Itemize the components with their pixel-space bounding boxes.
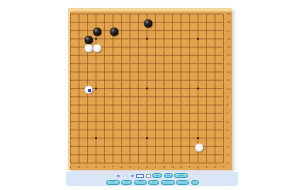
coord-right: 9: [227, 95, 229, 99]
nav-button[interactable]: ›: [126, 174, 128, 178]
coord-bottom: C: [86, 165, 88, 169]
coord-bottom: K: [146, 165, 148, 169]
star-point: [197, 137, 199, 139]
move-number-input[interactable]: [136, 174, 144, 179]
coord-bottom: P: [189, 165, 191, 169]
star-point: [95, 38, 97, 40]
coord-right: 11: [227, 78, 231, 82]
coord-right: 14: [227, 53, 231, 57]
go-board[interactable]: ABCDEFGHJKLMNOPQRST191817161514131211109…: [68, 8, 232, 170]
star-point: [95, 137, 97, 139]
coord-right: 19: [227, 12, 231, 16]
black-stone-C16: [85, 36, 93, 44]
coord-right: 12: [227, 70, 231, 74]
coord-right: 2: [227, 153, 229, 157]
toolbar-button[interactable]: ••••: [176, 180, 189, 185]
option-box[interactable]: [146, 174, 151, 179]
star-point: [146, 87, 148, 89]
toolbar-button[interactable]: •••: [164, 173, 173, 178]
last-move-marker: [88, 89, 91, 92]
toolbar-row-1: ≪‹›≫••••••••••: [68, 173, 236, 179]
star-point: [197, 87, 199, 89]
coord-bottom: R: [205, 165, 207, 169]
coord-right: 5: [227, 128, 229, 132]
white-stone-C15: [85, 44, 93, 52]
white-stone-Q3: [195, 144, 203, 152]
star-point: [95, 87, 97, 89]
coord-bottom: G: [120, 165, 122, 169]
board-edge-highlight-left: [68, 8, 70, 170]
black-stone-F17: [110, 28, 118, 36]
star-point: [146, 137, 148, 139]
coord-right: 17: [227, 29, 231, 33]
toolbar-button[interactable]: ••••: [134, 180, 147, 185]
coord-bottom: A: [70, 165, 72, 169]
coord-right: 4: [227, 136, 229, 140]
coord-right: 3: [227, 145, 229, 149]
coord-right: 13: [227, 62, 231, 66]
toolbar-button[interactable]: ••••: [106, 180, 120, 185]
toolbar-button[interactable]: •••: [121, 180, 132, 185]
black-stone-K18: [144, 19, 152, 27]
toolbar-button[interactable]: •••••: [161, 180, 175, 185]
white-stone-D15: [93, 44, 101, 52]
coord-bottom: B: [78, 165, 80, 169]
coord-right: 18: [227, 20, 231, 24]
nav-button[interactable]: ≪: [116, 174, 121, 178]
toolbar-row-2: •••••••••••••••••••••••••: [68, 180, 236, 186]
coord-bottom: J: [137, 165, 139, 169]
coord-right: 10: [227, 87, 231, 91]
coord-right: 15: [227, 45, 231, 49]
star-point: [146, 38, 148, 40]
coord-right: 16: [227, 37, 231, 41]
toolbar-button[interactable]: •••: [152, 173, 162, 178]
nav-button[interactable]: ≫: [130, 174, 135, 178]
toolbar-button[interactable]: ••: [191, 180, 199, 185]
toolbar: ≪‹›≫•••••••••• •••••••••••••••••••••••••: [66, 172, 238, 186]
black-stone-D17: [93, 28, 101, 36]
coord-right: 1: [227, 161, 229, 165]
page: ABCDEFGHJKLMNOPQRST191817161514131211109…: [0, 0, 304, 190]
toolbar-button[interactable]: ••••: [174, 173, 188, 178]
coord-right: 8: [227, 103, 229, 107]
coord-right: 6: [227, 120, 229, 124]
coord-bottom: S: [214, 165, 216, 169]
coord-bottom: H: [129, 165, 131, 169]
go-board-svg: ABCDEFGHJKLMNOPQRST191817161514131211109…: [68, 8, 232, 170]
star-point: [197, 38, 199, 40]
toolbar-button[interactable]: •••: [148, 180, 159, 185]
nav-button[interactable]: ‹: [122, 174, 124, 178]
coord-bottom: N: [171, 165, 173, 169]
coord-bottom: E: [104, 165, 106, 169]
coord-bottom: T: [222, 165, 225, 169]
coord-right: 7: [227, 111, 229, 115]
board-edge-highlight-top: [68, 8, 232, 12]
